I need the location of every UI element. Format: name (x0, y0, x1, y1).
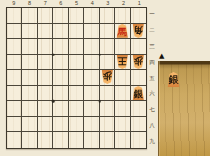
board-square[interactable] (100, 24, 115, 40)
board-square[interactable] (69, 86, 84, 102)
board-square[interactable] (69, 132, 84, 148)
board-square[interactable] (84, 132, 99, 148)
board-square[interactable] (53, 39, 68, 55)
hoshi-dot (52, 100, 55, 103)
board-square[interactable] (38, 8, 53, 24)
hoshi-dot (98, 53, 101, 56)
board-square[interactable] (22, 101, 37, 117)
board-square[interactable] (22, 70, 37, 86)
board-square[interactable] (38, 55, 53, 71)
board-square[interactable] (53, 24, 68, 40)
board-square[interactable] (38, 70, 53, 86)
board-square[interactable] (53, 55, 68, 71)
board-square[interactable] (7, 8, 22, 24)
board-square[interactable] (69, 55, 84, 71)
board-square[interactable] (53, 101, 68, 117)
board-square[interactable] (7, 86, 22, 102)
board-square[interactable] (22, 86, 37, 102)
board-square[interactable] (22, 132, 37, 148)
board-square[interactable] (7, 70, 22, 86)
board-square[interactable] (22, 39, 37, 55)
piece-sente-silver[interactable]: 銀 (132, 86, 145, 100)
piece-gote-pawn-35[interactable]: 歩 (101, 70, 114, 84)
board-square[interactable] (115, 132, 130, 148)
board-square[interactable] (38, 132, 53, 148)
board-square[interactable] (131, 39, 146, 55)
board-square[interactable]: 歩 (100, 70, 115, 86)
board-square[interactable] (69, 70, 84, 86)
board-square[interactable] (7, 39, 22, 55)
board-square[interactable] (131, 8, 146, 24)
file-label: 7 (37, 0, 53, 7)
board-square[interactable] (84, 70, 99, 86)
hoshi-dot (52, 53, 55, 56)
rank-label: 六 (148, 86, 157, 102)
board-square[interactable] (53, 86, 68, 102)
file-label: 4 (84, 0, 100, 7)
board-square[interactable] (7, 132, 22, 148)
board-square[interactable] (69, 117, 84, 133)
sente-turn-marker: ▲ (159, 52, 169, 61)
file-coordinates: 987654321 (6, 0, 147, 7)
board-square[interactable]: 王 (115, 55, 130, 71)
board-square[interactable] (100, 39, 115, 55)
board-square[interactable] (100, 8, 115, 24)
piece-gote-king[interactable]: 王 (116, 55, 129, 69)
board-square[interactable] (22, 8, 37, 24)
board-square[interactable]: 馬 (115, 24, 130, 40)
board-square[interactable] (38, 101, 53, 117)
board-square[interactable] (115, 8, 130, 24)
board-square[interactable] (100, 55, 115, 71)
board-square[interactable] (38, 86, 53, 102)
rank-coordinates: 一二三四五六七八九 (148, 7, 157, 149)
board-square[interactable] (131, 70, 146, 86)
board-square[interactable] (53, 132, 68, 148)
board-square[interactable] (131, 117, 146, 133)
board-square[interactable] (69, 24, 84, 40)
piece-gote-pawn-14[interactable]: 歩 (132, 55, 145, 69)
tsume-diagram: 987654321 馬角王歩歩銀 一二三四五六七八九 ▲ 銀 (0, 0, 210, 156)
board-square[interactable] (7, 55, 22, 71)
rank-label: 四 (148, 54, 157, 70)
rank-label: 九 (148, 133, 157, 149)
board-square[interactable] (38, 24, 53, 40)
rank-label: 七 (148, 102, 157, 118)
rank-label: 一 (148, 7, 157, 23)
file-label: 6 (53, 0, 69, 7)
board-square[interactable] (53, 8, 68, 24)
board-square[interactable]: 歩 (131, 55, 146, 71)
board-square[interactable] (22, 55, 37, 71)
board-square[interactable] (115, 86, 130, 102)
board-square[interactable] (69, 8, 84, 24)
board-square[interactable] (100, 86, 115, 102)
file-label: 2 (116, 0, 132, 7)
board-square[interactable] (115, 39, 130, 55)
hoshi-dot (98, 100, 101, 103)
board-square[interactable] (69, 39, 84, 55)
board-square[interactable] (115, 117, 130, 133)
shogi-board: 馬角王歩歩銀 (6, 7, 147, 149)
board-square[interactable] (69, 101, 84, 117)
board-square[interactable] (84, 101, 99, 117)
board-square[interactable] (131, 132, 146, 148)
board-square[interactable] (22, 117, 37, 133)
file-label: 5 (69, 0, 85, 7)
board-square[interactable] (84, 86, 99, 102)
board-square[interactable]: 銀 (131, 86, 146, 102)
file-label: 9 (6, 0, 22, 7)
board-square[interactable] (53, 70, 68, 86)
sente-hand-tray: 銀 (158, 61, 210, 156)
rank-label: 八 (148, 117, 157, 133)
board-square[interactable] (100, 117, 115, 133)
rank-label: 五 (148, 70, 157, 86)
board-square[interactable] (115, 101, 130, 117)
board-square[interactable] (100, 132, 115, 148)
board-square[interactable] (115, 70, 130, 86)
board-square[interactable] (7, 101, 22, 117)
board-square[interactable] (84, 55, 99, 71)
board-square[interactable] (38, 39, 53, 55)
board-square[interactable] (84, 8, 99, 24)
board-square[interactable] (131, 101, 146, 117)
board-square[interactable] (7, 117, 22, 133)
file-label: 3 (100, 0, 116, 7)
board-square[interactable] (84, 24, 99, 40)
board-square[interactable] (100, 101, 115, 117)
file-label: 8 (22, 0, 38, 7)
board-square[interactable] (84, 117, 99, 133)
rank-label: 三 (148, 39, 157, 55)
board-square[interactable] (7, 24, 22, 40)
rank-label: 二 (148, 23, 157, 39)
piece-gote-bishop[interactable]: 角 (132, 24, 145, 38)
piece-sente-promoted-bishop[interactable]: 馬 (116, 24, 129, 38)
board-square[interactable] (84, 39, 99, 55)
file-label: 1 (131, 0, 147, 7)
board-square[interactable] (53, 117, 68, 133)
board-square[interactable] (22, 24, 37, 40)
board-square[interactable] (38, 117, 53, 133)
hand-sente-silver-in-hand[interactable]: 銀 (167, 72, 180, 87)
board-square[interactable]: 角 (131, 24, 146, 40)
